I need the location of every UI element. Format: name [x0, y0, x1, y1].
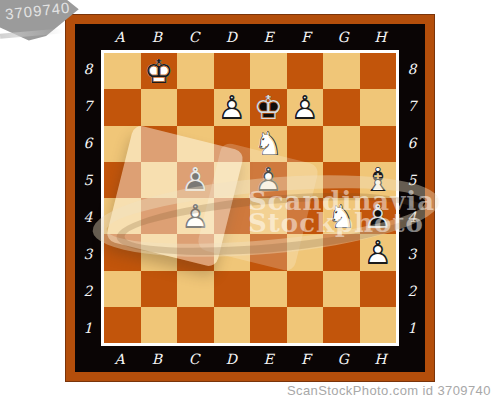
square-f2 — [287, 271, 324, 307]
rank-label-8: 8 — [399, 50, 425, 87]
square-a6 — [104, 126, 141, 162]
square-b1 — [141, 307, 178, 343]
square-b8: ♚♔ — [141, 53, 178, 89]
file-label-h: H — [362, 24, 399, 50]
rank-label-3: 3 — [399, 235, 425, 272]
file-label-c: C — [176, 24, 213, 50]
square-e4 — [250, 198, 287, 234]
square-c1 — [177, 307, 214, 343]
white-knight: ♞♘ — [323, 198, 360, 234]
square-a2 — [104, 271, 141, 307]
square-e5: ♟♙ — [250, 162, 287, 198]
file-label-a: A — [101, 346, 138, 372]
rank-label-7: 7 — [75, 87, 101, 124]
frame-corner — [399, 346, 425, 372]
square-f7: ♟♙ — [287, 89, 324, 125]
rank-label-6: 6 — [399, 124, 425, 161]
square-g2 — [323, 271, 360, 307]
file-label-a: A — [101, 24, 138, 50]
file-label-f: F — [287, 24, 324, 50]
watermark-corner-strip — [0, 28, 64, 39]
square-e6: ♞♘ — [250, 126, 287, 162]
file-label-e: E — [250, 24, 287, 50]
square-h6 — [360, 126, 397, 162]
square-f3 — [287, 234, 324, 270]
square-g1 — [323, 307, 360, 343]
square-f4 — [287, 198, 324, 234]
square-h7 — [360, 89, 397, 125]
square-h4: ♟♙ — [360, 198, 397, 234]
square-f5 — [287, 162, 324, 198]
square-a1 — [104, 307, 141, 343]
square-g8 — [323, 53, 360, 89]
square-e3 — [250, 234, 287, 270]
square-c5: ♟♙ — [177, 162, 214, 198]
black-pawn: ♟♙ — [177, 162, 214, 198]
square-d7: ♟♙ — [214, 89, 251, 125]
square-h3: ♟♙ — [360, 234, 397, 270]
square-b2 — [141, 271, 178, 307]
square-e2 — [250, 271, 287, 307]
square-a4 — [104, 198, 141, 234]
frame-corner — [75, 346, 101, 372]
file-label-b: B — [138, 24, 175, 50]
square-c8 — [177, 53, 214, 89]
square-f6 — [287, 126, 324, 162]
file-label-h: H — [362, 346, 399, 372]
square-c2 — [177, 271, 214, 307]
square-g6 — [323, 126, 360, 162]
file-label-g: G — [325, 346, 362, 372]
square-d8 — [214, 53, 251, 89]
square-e7: ♚♔ — [250, 89, 287, 125]
square-f8 — [287, 53, 324, 89]
stock-photo-chess-diagram: ABCDEFGH 87654321 ♚♔♟♙♚♔♟♙♞♘♟♙♟♙♝♗♟♙♞♘♟♙… — [0, 0, 500, 400]
square-e8 — [250, 53, 287, 89]
watermark-bottom-text: ScanStockPhoto.com id 3709740 — [287, 383, 491, 398]
square-g4: ♞♘ — [323, 198, 360, 234]
square-b6 — [141, 126, 178, 162]
square-g7 — [323, 89, 360, 125]
square-g3 — [323, 234, 360, 270]
white-pawn: ♟♙ — [214, 89, 251, 125]
square-b3 — [141, 234, 178, 270]
frame-corner — [399, 24, 425, 50]
file-labels-bottom: ABCDEFGH — [101, 346, 399, 372]
rank-label-1: 1 — [399, 309, 425, 346]
rank-label-5: 5 — [399, 161, 425, 198]
rank-label-6: 6 — [75, 124, 101, 161]
square-e1 — [250, 307, 287, 343]
white-pawn: ♟♙ — [250, 162, 287, 198]
white-king: ♚♔ — [141, 53, 178, 89]
rank-label-5: 5 — [75, 161, 101, 198]
file-label-e: E — [250, 346, 287, 372]
white-knight: ♞♘ — [250, 126, 287, 162]
square-h2 — [360, 271, 397, 307]
watermark-corner-id: 3709740 — [4, 0, 71, 22]
white-pawn: ♟♙ — [360, 234, 397, 270]
rank-label-1: 1 — [75, 309, 101, 346]
square-c6 — [177, 126, 214, 162]
chessboard: ABCDEFGH 87654321 ♚♔♟♙♚♔♟♙♞♘♟♙♟♙♝♗♟♙♞♘♟♙… — [66, 15, 434, 381]
square-d5 — [214, 162, 251, 198]
file-label-f: F — [287, 346, 324, 372]
square-d3 — [214, 234, 251, 270]
rank-label-2: 2 — [75, 272, 101, 309]
file-label-g: G — [325, 24, 362, 50]
square-b7 — [141, 89, 178, 125]
square-a7 — [104, 89, 141, 125]
rank-label-4: 4 — [399, 198, 425, 235]
file-label-d: D — [213, 346, 250, 372]
board-squares: ♚♔♟♙♚♔♟♙♞♘♟♙♟♙♝♗♟♙♞♘♟♙♟♙ — [101, 50, 399, 346]
square-b4 — [141, 198, 178, 234]
rank-label-7: 7 — [399, 87, 425, 124]
square-d6 — [214, 126, 251, 162]
black-pawn: ♟♙ — [360, 198, 397, 234]
white-pawn: ♟♙ — [287, 89, 324, 125]
rank-labels-left: 87654321 — [75, 50, 101, 346]
rank-labels-right: 87654321 — [399, 50, 425, 346]
rank-label-2: 2 — [399, 272, 425, 309]
square-a5 — [104, 162, 141, 198]
frame-corner — [75, 24, 101, 50]
square-d2 — [214, 271, 251, 307]
square-a8 — [104, 53, 141, 89]
square-g5 — [323, 162, 360, 198]
square-c7 — [177, 89, 214, 125]
square-f1 — [287, 307, 324, 343]
square-h5: ♝♗ — [360, 162, 397, 198]
file-label-b: B — [138, 346, 175, 372]
file-label-d: D — [213, 24, 250, 50]
rank-label-4: 4 — [75, 198, 101, 235]
square-c4: ♟♙ — [177, 198, 214, 234]
file-labels-top: ABCDEFGH — [101, 24, 399, 50]
square-h8 — [360, 53, 397, 89]
square-b5 — [141, 162, 178, 198]
square-d4 — [214, 198, 251, 234]
white-pawn: ♟♙ — [177, 198, 214, 234]
square-h1 — [360, 307, 397, 343]
square-c3 — [177, 234, 214, 270]
black-king: ♚♔ — [250, 89, 287, 125]
white-bishop: ♝♗ — [360, 162, 397, 198]
rank-label-3: 3 — [75, 235, 101, 272]
file-label-c: C — [176, 346, 213, 372]
square-a3 — [104, 234, 141, 270]
rank-label-8: 8 — [75, 50, 101, 87]
square-d1 — [214, 307, 251, 343]
